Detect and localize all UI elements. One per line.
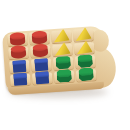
prism-face: [76, 40, 93, 54]
board-cell[interactable]: [9, 60, 30, 73]
board-cell[interactable]: [29, 31, 50, 44]
piece-yellow-triangular-prism[interactable]: [53, 28, 70, 42]
product-photo-background: { "game": "wooden four-colour shapes str…: [0, 0, 130, 130]
board-cell[interactable]: [32, 72, 53, 85]
board-grid: [7, 28, 96, 86]
piece-red-cylinder[interactable]: [31, 30, 47, 44]
piece-red-cylinder[interactable]: [32, 43, 48, 57]
board-cell[interactable]: [73, 28, 94, 41]
board-cell[interactable]: [75, 55, 96, 68]
board-cell[interactable]: [74, 42, 95, 55]
piece-yellow-triangular-prism[interactable]: [76, 40, 93, 54]
board-cell[interactable]: [51, 30, 72, 43]
piece-green-octagonal-cylinder[interactable]: [55, 55, 71, 69]
piece-top-face: [12, 60, 25, 66]
board-cell[interactable]: [76, 69, 97, 82]
piece-green-octagonal-cylinder[interactable]: [78, 67, 94, 81]
piece-blue-cube[interactable]: [34, 58, 48, 71]
prism-face: [75, 27, 92, 41]
game-board: [2, 26, 108, 93]
piece-yellow-triangular-prism[interactable]: [75, 27, 92, 41]
piece-top-face: [34, 58, 47, 64]
piece-green-octagonal-cylinder[interactable]: [77, 54, 93, 68]
prism-face: [54, 42, 71, 56]
board-cell[interactable]: [53, 57, 74, 70]
board-cell[interactable]: [10, 73, 31, 86]
piece-blue-cube[interactable]: [12, 60, 26, 73]
piece-red-cylinder[interactable]: [10, 45, 26, 59]
board-cell[interactable]: [52, 43, 73, 56]
board-cell[interactable]: [8, 46, 29, 59]
piece-red-cylinder[interactable]: [10, 32, 26, 46]
piece-blue-cube[interactable]: [13, 73, 27, 86]
piece-top-face: [13, 73, 26, 79]
piece-green-octagonal-cylinder[interactable]: [56, 69, 72, 83]
board-cell[interactable]: [7, 33, 28, 46]
board-cell[interactable]: [30, 45, 51, 58]
piece-yellow-triangular-prism[interactable]: [54, 42, 71, 56]
piece-top-face: [35, 71, 48, 77]
prism-face: [53, 28, 70, 42]
piece-blue-cube[interactable]: [35, 71, 49, 84]
board-cell[interactable]: [31, 58, 52, 71]
board-cell[interactable]: [54, 70, 75, 83]
